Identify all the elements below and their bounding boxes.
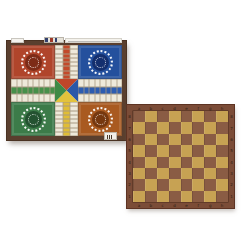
- chess-square-h8: [216, 111, 228, 122]
- chess-square-g3: [204, 168, 216, 179]
- chess-coord-label: a: [133, 203, 145, 208]
- chess-square-g4: [204, 157, 216, 168]
- chess-coord-label: 2: [127, 179, 132, 190]
- chess-coord-label: 1: [127, 191, 132, 202]
- chess-square-c6: [157, 134, 169, 145]
- chess-coord-label: 6: [127, 134, 132, 145]
- chess-coord-label: c: [157, 106, 169, 111]
- chess-square-f2: [192, 179, 204, 190]
- chess-square-h3: [216, 168, 228, 179]
- chess-coord-label: b: [145, 106, 157, 111]
- chess-square-f6: [192, 134, 204, 145]
- product-info-strip-sticker: [65, 38, 122, 43]
- chess-square-d4: [169, 157, 181, 168]
- chess-square-b8: [145, 111, 157, 122]
- chess-square-d5: [169, 145, 181, 156]
- chess-coord-label: 5: [127, 145, 132, 156]
- chess-square-g7: [204, 122, 216, 133]
- chess-square-a8: [133, 111, 145, 122]
- chess-coord-label: f: [192, 203, 204, 208]
- chess-square-b3: [145, 168, 157, 179]
- chess-square-b5: [145, 145, 157, 156]
- chess-coord-label: 2: [229, 179, 234, 190]
- chess-coord-label: 8: [127, 111, 132, 122]
- chess-square-b7: [145, 122, 157, 133]
- chess-square-d8: [169, 111, 181, 122]
- chess-square-g8: [204, 111, 216, 122]
- chess-square-f3: [192, 168, 204, 179]
- rosette-icon: [88, 50, 113, 75]
- chess-square-b6: [145, 134, 157, 145]
- parchis-track-right: [78, 79, 122, 102]
- parchis-field: [11, 45, 122, 136]
- chess-coord-label: f: [192, 106, 204, 111]
- chess-square-b2: [145, 179, 157, 190]
- chess-square-h1: [216, 191, 228, 202]
- chess-square-d2: [169, 179, 181, 190]
- chess-square-a1: [133, 191, 145, 202]
- chess-square-c3: [157, 168, 169, 179]
- chess-coord-label: 3: [229, 168, 234, 179]
- chess-square-f1: [192, 191, 204, 202]
- chess-square-a3: [133, 168, 145, 179]
- chess-coord-label: 4: [229, 157, 234, 168]
- chess-square-c5: [157, 145, 169, 156]
- chess-square-a7: [133, 122, 145, 133]
- parchis-quadrant-blue: [78, 45, 122, 79]
- chess-coord-label: b: [145, 203, 157, 208]
- chess-square-a2: [133, 179, 145, 190]
- chess-coord-label: 1: [229, 191, 234, 202]
- chess-square-g1: [204, 191, 216, 202]
- chess-square-c2: [157, 179, 169, 190]
- chess-coord-label: g: [204, 106, 216, 111]
- rosette-icon: [21, 50, 46, 75]
- chess-square-d6: [169, 134, 181, 145]
- chess-square-d7: [169, 122, 181, 133]
- chess-ranks-left: 87654321: [127, 111, 132, 202]
- chess-square-h5: [216, 145, 228, 156]
- rosette-icon: [88, 107, 113, 132]
- chess-coord-label: 7: [127, 122, 132, 133]
- chess-square-f8: [192, 111, 204, 122]
- chess-coord-label: e: [181, 203, 193, 208]
- chess-coord-label: e: [181, 106, 193, 111]
- chess-square-c7: [157, 122, 169, 133]
- chess-square-b1: [145, 191, 157, 202]
- chess-square-e7: [181, 122, 193, 133]
- chess-square-a5: [133, 145, 145, 156]
- chess-coord-label: 3: [127, 168, 132, 179]
- parchis-board: [7, 41, 126, 140]
- chess-square-g5: [204, 145, 216, 156]
- chess-square-h7: [216, 122, 228, 133]
- chess-square-e6: [181, 134, 193, 145]
- parchis-track-cell: [55, 132, 63, 136]
- price-label-sticker: [11, 38, 24, 43]
- chess-square-e3: [181, 168, 193, 179]
- chess-square-c1: [157, 191, 169, 202]
- chess-square-a6: [133, 134, 145, 145]
- chess-board: abcdefgh abcdefgh 87654321 87654321: [127, 105, 234, 208]
- chess-square-c4: [157, 157, 169, 168]
- chess-coord-label: h: [216, 106, 228, 111]
- chess-square-f4: [192, 157, 204, 168]
- parchis-quadrant-red: [11, 45, 55, 79]
- chess-square-d1: [169, 191, 181, 202]
- chess-square-f5: [192, 145, 204, 156]
- center-triangles-icon: [55, 79, 78, 102]
- chess-square-e1: [181, 191, 193, 202]
- chess-square-e5: [181, 145, 193, 156]
- parchis-track-top: [55, 45, 78, 79]
- chess-grid: [133, 111, 228, 202]
- chess-square-e2: [181, 179, 193, 190]
- parchis-track-left: [11, 79, 55, 102]
- parchis-track-cell: [117, 79, 123, 87]
- chess-coord-label: d: [169, 106, 181, 111]
- chess-square-c8: [157, 111, 169, 122]
- chess-files-bottom: abcdefgh: [133, 203, 228, 208]
- chess-coord-label: c: [157, 203, 169, 208]
- chess-coord-label: h: [216, 203, 228, 208]
- brand-logo-sticker: [44, 37, 64, 43]
- chess-coord-label: a: [133, 106, 145, 111]
- parchis-center-home: [55, 79, 78, 102]
- chess-square-a4: [133, 157, 145, 168]
- rosette-icon: [21, 107, 46, 132]
- chess-square-d3: [169, 168, 181, 179]
- chess-square-h4: [216, 157, 228, 168]
- chess-coord-label: 4: [127, 157, 132, 168]
- barcode-sticker: [104, 132, 117, 140]
- chess-square-b4: [145, 157, 157, 168]
- parchis-track-cell: [117, 87, 123, 95]
- chess-square-g6: [204, 134, 216, 145]
- parchis-quadrant-orange: [78, 102, 122, 136]
- chess-coord-label: 5: [229, 145, 234, 156]
- parchis-track-cell: [63, 132, 71, 136]
- chess-coord-label: g: [204, 203, 216, 208]
- chess-square-e4: [181, 157, 193, 168]
- parchis-quadrant-green: [11, 102, 55, 136]
- chess-coord-label: 7: [229, 122, 234, 133]
- chess-square-h2: [216, 179, 228, 190]
- chess-coord-label: 8: [229, 111, 234, 122]
- chess-files-top: abcdefgh: [133, 106, 228, 111]
- chess-coord-label: 6: [229, 134, 234, 145]
- chess-square-g2: [204, 179, 216, 190]
- parchis-track-cell: [117, 94, 123, 102]
- chess-square-e8: [181, 111, 193, 122]
- chess-square-h6: [216, 134, 228, 145]
- chess-coord-label: d: [169, 203, 181, 208]
- product-photo: abcdefgh abcdefgh 87654321 87654321: [0, 0, 250, 250]
- parchis-track-cell: [70, 132, 78, 136]
- chess-ranks-right: 87654321: [229, 111, 234, 202]
- parchis-track-bottom: [55, 102, 78, 136]
- chess-square-f7: [192, 122, 204, 133]
